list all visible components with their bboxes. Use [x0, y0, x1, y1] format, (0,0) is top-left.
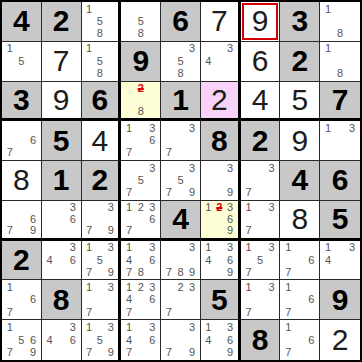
pencil-mark: 3 — [186, 242, 198, 254]
pencil-mark: 7 — [84, 346, 95, 359]
cell-r4c8[interactable]: 9 — [280, 121, 320, 161]
pencil-marks: 34 — [201, 42, 238, 81]
pencil-mark: 9 — [105, 225, 116, 237]
cell-r1c1[interactable]: 4 — [2, 2, 42, 42]
cell-r9c8[interactable]: 167 — [280, 320, 320, 360]
cell-r5c4[interactable]: 357 — [121, 161, 161, 201]
pencil-mark: 3 — [225, 202, 236, 214]
pencil-mark: 1 — [84, 321, 95, 334]
cell-r5c2[interactable]: 1 — [42, 161, 82, 201]
pencil-mark: 7 — [4, 147, 16, 159]
pencil-mark: 3 — [105, 242, 116, 254]
pencil-mark: 3 — [186, 122, 198, 134]
cell-r5c8[interactable]: 4 — [280, 161, 320, 201]
cell-r1c7[interactable]: 9 — [241, 2, 281, 42]
cell-r2c4[interactable]: 9 — [121, 42, 161, 82]
pencil-mark: 7 — [282, 306, 294, 318]
cell-r4c6[interactable]: 8 — [201, 121, 241, 161]
cell-r2c9[interactable]: 18 — [320, 42, 360, 82]
pencil-mark: 6 — [27, 135, 39, 147]
pencil-marks: 167 — [280, 241, 319, 280]
pencil-mark: 7 — [4, 306, 16, 318]
pencil-mark: 5 — [94, 15, 105, 27]
pencil-marks: 36 — [42, 201, 81, 238]
pencil-mark: 3 — [186, 281, 198, 293]
pencil-marks: 28 — [121, 82, 160, 119]
pencil-mark: 7 — [123, 147, 135, 159]
pencil-mark: 4 — [44, 254, 56, 266]
pencil-mark: 8 — [135, 266, 147, 278]
pencil-mark: 3 — [225, 162, 236, 174]
pencil-mark: 3 — [186, 43, 198, 55]
pencil-mark: 4 — [123, 254, 135, 266]
given-digit: 1 — [161, 82, 200, 119]
cell-r8c3[interactable]: 137 — [82, 280, 122, 320]
given-digit: 2 — [42, 2, 81, 41]
pencil-mark: 6 — [147, 254, 159, 266]
pencil-marks: 123467 — [121, 280, 160, 319]
cell-r3c7[interactable]: 4 — [241, 82, 281, 122]
pencil-mark: 8 — [94, 28, 105, 40]
pencil-marks: 137 — [241, 201, 280, 238]
pencil-mark: 1 — [84, 281, 95, 293]
pencil-mark: 1 — [243, 202, 255, 214]
pencil-mark: 6 — [147, 294, 159, 306]
given-digit: 6 — [320, 161, 360, 200]
pencil-mark: 3 — [67, 202, 79, 214]
solved-digit: 5 — [280, 82, 319, 119]
pencil-mark: 7 — [4, 225, 16, 237]
pencil-mark: 6 — [67, 254, 79, 266]
pencil-mark: 7 — [84, 266, 95, 278]
pencil-mark: 3 — [67, 321, 79, 334]
pencil-mark: 7 — [163, 346, 175, 359]
pencil-marks: 18 — [320, 2, 360, 41]
cell-r1c9[interactable]: 18 — [320, 2, 360, 42]
cell-r2c6[interactable]: 34 — [201, 42, 241, 82]
cell-r9c5[interactable]: 379 — [161, 320, 201, 360]
pencil-mark: 9 — [186, 266, 198, 278]
pencil-mark: 1 — [322, 43, 334, 55]
pencil-mark: 5 — [254, 254, 266, 266]
pencil-marks: 39 — [201, 161, 238, 200]
cell-r5c7[interactable]: 37 — [241, 161, 281, 201]
solved-digit: 7 — [42, 42, 81, 81]
pencil-mark: 1 — [84, 3, 95, 15]
pencil-marks: 167 — [280, 320, 319, 360]
solved-digit: 4 — [82, 121, 119, 160]
pencil-mark: 4 — [44, 334, 56, 347]
cell-r9c3[interactable]: 13579 — [82, 320, 122, 360]
pencil-mark: 7 — [163, 187, 175, 199]
pencil-mark: 8 — [334, 28, 346, 40]
pencil-mark: 6 — [306, 334, 318, 347]
pencil-mark: 9 — [105, 266, 116, 278]
cell-r3c2[interactable]: 9 — [42, 82, 82, 122]
cell-r4c2[interactable]: 5 — [42, 121, 82, 161]
given-digit: 8 — [201, 121, 238, 160]
cell-r6c3[interactable]: 379 — [82, 201, 122, 241]
cell-r3c9[interactable]: 7 — [320, 82, 360, 122]
pencil-marks: 13 — [320, 121, 360, 160]
cell-r4c4[interactable]: 1367 — [121, 121, 161, 161]
pencil-marks: 58 — [121, 2, 160, 41]
given-digit: 7 — [320, 82, 360, 119]
solved-digit: 9 — [280, 121, 319, 160]
pencil-mark: 6 — [27, 213, 39, 225]
solved-digit: 2 — [320, 320, 360, 360]
pencil-mark: 5 — [135, 174, 147, 186]
pencil-marks: 18 — [320, 42, 360, 81]
pencil-mark: 5 — [94, 55, 105, 67]
cell-r9c9[interactable]: 2 — [320, 320, 360, 360]
pencil-mark: 5 — [16, 55, 28, 67]
pencil-mark: 4 — [203, 55, 214, 67]
pencil-marks: 3579 — [161, 161, 200, 200]
pencil-mark: 1 — [4, 321, 16, 334]
pencil-mark: 6 — [147, 213, 159, 225]
cell-r3c3[interactable]: 6 — [82, 82, 122, 122]
cell-r6c7[interactable]: 137 — [241, 201, 281, 241]
pencil-marks: 137 — [82, 280, 119, 319]
pencil-mark: 6 — [225, 213, 236, 225]
cell-r9c7[interactable]: 8 — [241, 320, 281, 360]
cell-r4c1[interactable]: 67 — [2, 121, 42, 161]
sudoku-board: 4215858679318157158935834621839628124576… — [0, 0, 362, 362]
pencil-marks: 357 — [121, 161, 160, 200]
cell-r4c3[interactable]: 4 — [82, 121, 122, 161]
solved-digit: 4 — [241, 82, 280, 119]
pencil-marks: 3789 — [161, 241, 200, 280]
given-digit: 4 — [161, 201, 200, 238]
given-digit: 2 — [241, 121, 280, 160]
cell-r6c1[interactable]: 679 — [2, 201, 42, 241]
pencil-mark: 3 — [225, 43, 236, 55]
given-digit: 2 — [82, 161, 119, 200]
cell-r8c6[interactable]: 5 — [201, 280, 241, 320]
pencil-mark: 7 — [243, 306, 255, 318]
pencil-mark: 7 — [282, 346, 294, 359]
pencil-mark: 3 — [105, 202, 116, 214]
pencil-mark: 7 — [123, 187, 135, 199]
pencil-mark: 7 — [4, 346, 16, 359]
pencil-mark: 7 — [163, 266, 175, 278]
solved-digit: 9 — [241, 2, 280, 41]
pencil-mark: 9 — [27, 346, 39, 359]
pencil-mark: 3 — [266, 162, 278, 174]
pencil-marks: 158 — [82, 42, 119, 81]
pencil-marks: 15 — [2, 42, 41, 81]
pencil-mark: 3 — [225, 242, 236, 254]
pencil-mark: 3 — [147, 281, 159, 293]
pencil-mark: 5 — [175, 55, 187, 67]
pencil-mark: 6 — [27, 334, 39, 347]
cell-r2c8[interactable]: 2 — [280, 42, 320, 82]
pencil-mark: 1 — [282, 281, 294, 293]
cell-r7c6[interactable]: 13469 — [201, 241, 241, 281]
pencil-mark: 6 — [147, 135, 159, 147]
pencil-marks: 13579 — [82, 320, 119, 360]
pencil-mark: 6 — [67, 334, 79, 347]
struck-pencil-mark: 2 — [214, 202, 225, 214]
cell-r8c5[interactable]: 237 — [161, 280, 201, 320]
pencil-marks: 37 — [161, 121, 200, 160]
pencil-marks: 379 — [82, 201, 119, 238]
cell-r7c5[interactable]: 3789 — [161, 241, 201, 281]
pencil-mark: 3 — [266, 281, 278, 293]
cell-r1c5[interactable]: 6 — [161, 2, 201, 42]
cell-r5c3[interactable]: 2 — [82, 161, 122, 201]
pencil-mark: 3 — [266, 202, 278, 214]
cell-r1c8[interactable]: 3 — [280, 2, 320, 42]
pencil-marks: 13469 — [201, 241, 238, 280]
pencil-mark: 1 — [282, 242, 294, 254]
given-digit: 2 — [2, 241, 41, 280]
pencil-marks: 12369 — [201, 201, 238, 238]
pencil-mark: 3 — [266, 242, 278, 254]
pencil-mark: 3 — [105, 321, 116, 334]
pencil-mark: 6 — [225, 254, 236, 266]
pencil-marks: 134 — [320, 241, 360, 280]
given-digit: 5 — [201, 280, 238, 319]
cell-r1c3[interactable]: 158 — [82, 2, 122, 42]
pencil-mark: 3 — [186, 321, 198, 334]
given-digit: 5 — [42, 121, 81, 160]
pencil-mark: 1 — [123, 321, 135, 334]
pencil-mark: 9 — [225, 266, 236, 278]
pencil-mark: 6 — [306, 254, 318, 266]
cell-r2c2[interactable]: 7 — [42, 42, 82, 82]
cell-r5c1[interactable]: 8 — [2, 161, 42, 201]
pencil-mark: 8 — [175, 266, 187, 278]
pencil-marks: 137 — [241, 280, 280, 319]
pencil-marks: 358 — [161, 42, 200, 81]
pencil-mark: 7 — [163, 147, 175, 159]
pencil-mark: 1 — [4, 281, 16, 293]
pencil-mark: 9 — [225, 187, 236, 199]
cell-r7c1[interactable]: 2 — [2, 241, 42, 281]
solved-digit: 8 — [280, 201, 319, 238]
pencil-mark: 9 — [186, 346, 198, 359]
pencil-marks: 167 — [280, 280, 319, 319]
cell-r5c9[interactable]: 6 — [320, 161, 360, 201]
given-digit: 4 — [280, 161, 319, 200]
pencil-mark: 1 — [322, 3, 334, 15]
pencil-mark: 3 — [147, 242, 159, 254]
cell-r6c8[interactable]: 8 — [280, 201, 320, 241]
pencil-mark: 1 — [123, 122, 135, 134]
pencil-mark: 8 — [94, 67, 105, 79]
pencil-mark: 9 — [225, 346, 236, 359]
pencil-mark: 1 — [322, 122, 334, 134]
cell-r9c4[interactable]: 13467 — [121, 320, 161, 360]
pencil-mark: 8 — [334, 67, 346, 79]
given-digit: 5 — [320, 201, 360, 238]
cell-r4c7[interactable]: 2 — [241, 121, 281, 161]
cell-r6c9[interactable]: 5 — [320, 201, 360, 241]
pencil-mark: 3 — [67, 242, 79, 254]
pencil-mark: 3 — [105, 281, 116, 293]
solved-digit: 6 — [241, 42, 280, 81]
given-digit: 9 — [121, 42, 160, 81]
cell-r7c8[interactable]: 167 — [280, 241, 320, 281]
cell-r8c8[interactable]: 167 — [280, 280, 320, 320]
cell-r2c5[interactable]: 358 — [161, 42, 201, 82]
given-digit: 8 — [241, 320, 280, 360]
pencil-mark: 5 — [175, 174, 187, 186]
cell-r6c4[interactable]: 12367 — [121, 201, 161, 241]
pencil-marks: 13469 — [201, 320, 238, 360]
cell-r1c2[interactable]: 2 — [42, 2, 82, 42]
pencil-mark: 2 — [135, 281, 147, 293]
cell-r2c3[interactable]: 158 — [82, 42, 122, 82]
cell-r8c4[interactable]: 123467 — [121, 280, 161, 320]
cell-r1c6[interactable]: 7 — [201, 2, 241, 42]
pencil-mark: 1 — [4, 43, 16, 55]
cell-r3c1[interactable]: 3 — [2, 82, 42, 122]
pencil-mark: 3 — [225, 321, 236, 334]
pencil-marks: 1367 — [121, 121, 160, 160]
pencil-marks: 13467 — [121, 320, 160, 360]
pencil-mark: 6 — [67, 213, 79, 225]
pencil-mark: 1 — [282, 321, 294, 334]
pencil-mark: 7 — [123, 225, 135, 237]
pencil-mark: 9 — [27, 225, 39, 237]
cell-r3c6[interactable]: 2 — [201, 82, 241, 122]
pencil-mark: 8 — [175, 67, 187, 79]
pencil-mark: 1 — [243, 242, 255, 254]
pencil-mark: 1 — [84, 43, 95, 55]
pencil-mark: 9 — [105, 346, 116, 359]
pencil-marks: 12367 — [121, 201, 160, 238]
pencil-marks: 67 — [2, 121, 41, 160]
pencil-mark: 7 — [123, 266, 135, 278]
cell-r3c4[interactable]: 28 — [121, 82, 161, 122]
cell-r3c5[interactable]: 1 — [161, 82, 201, 122]
pencil-mark: 8 — [135, 106, 147, 118]
pencil-mark: 4 — [123, 334, 135, 347]
pencil-mark: 7 — [123, 306, 135, 318]
solved-digit: 8 — [2, 161, 41, 200]
struck-pencil-mark: 2 — [135, 83, 147, 95]
cell-r4c5[interactable]: 37 — [161, 121, 201, 161]
pencil-marks: 679 — [2, 201, 41, 238]
cell-r2c7[interactable]: 6 — [241, 42, 281, 82]
pencil-mark: 7 — [84, 225, 95, 237]
pencil-mark: 1 — [243, 281, 255, 293]
pencil-mark: 7 — [243, 187, 255, 199]
cell-r6c2[interactable]: 36 — [42, 201, 82, 241]
cell-r9c2[interactable]: 346 — [42, 320, 82, 360]
pencil-mark: 4 — [203, 334, 214, 347]
pencil-marks: 37 — [241, 161, 280, 200]
cell-r8c9[interactable]: 9 — [320, 280, 360, 320]
pencil-mark: 7 — [243, 266, 255, 278]
given-digit: 3 — [2, 82, 41, 119]
pencil-marks: 134678 — [121, 241, 160, 280]
pencil-marks: 15679 — [2, 320, 41, 360]
pencil-marks: 237 — [161, 280, 200, 319]
cell-r7c4[interactable]: 134678 — [121, 241, 161, 281]
pencil-mark: 3 — [186, 162, 198, 174]
pencil-marks: 13579 — [82, 241, 119, 280]
pencil-mark: 7 — [243, 225, 255, 237]
pencil-marks: 1357 — [241, 241, 280, 280]
pencil-mark: 6 — [225, 334, 236, 347]
pencil-mark: 2 — [135, 202, 147, 214]
pencil-marks: 346 — [42, 241, 81, 280]
pencil-mark: 5 — [94, 334, 105, 347]
pencil-mark: 1 — [123, 281, 135, 293]
pencil-mark: 9 — [225, 225, 236, 237]
cell-r8c7[interactable]: 137 — [241, 280, 281, 320]
pencil-mark: 9 — [186, 187, 198, 199]
cell-r8c2[interactable]: 8 — [42, 280, 82, 320]
pencil-mark: 1 — [84, 242, 95, 254]
pencil-mark: 1 — [123, 202, 135, 214]
pencil-mark: 6 — [147, 334, 159, 347]
cell-r5c6[interactable]: 39 — [201, 161, 241, 201]
pencil-mark: 3 — [346, 242, 358, 254]
cell-r2c1[interactable]: 15 — [2, 42, 42, 82]
given-digit: 9 — [320, 280, 360, 319]
cell-r5c5[interactable]: 3579 — [161, 161, 201, 201]
pencil-mark: 7 — [84, 306, 95, 318]
pencil-mark: 7 — [163, 306, 175, 318]
pencil-mark: 6 — [306, 294, 318, 306]
pencil-mark: 3 — [346, 122, 358, 134]
pencil-marks: 346 — [42, 320, 81, 360]
cell-r4c9[interactable]: 13 — [320, 121, 360, 161]
given-digit: 8 — [42, 280, 81, 319]
cell-r7c3[interactable]: 13579 — [82, 241, 122, 281]
pencil-mark: 3 — [147, 202, 159, 214]
pencil-mark: 4 — [203, 254, 214, 266]
cell-r8c1[interactable]: 167 — [2, 280, 42, 320]
pencil-mark: 1 — [203, 202, 214, 214]
pencil-mark: 3 — [147, 122, 159, 134]
pencil-mark: 4 — [123, 294, 135, 306]
pencil-mark: 1 — [123, 242, 135, 254]
cell-r9c6[interactable]: 13469 — [201, 320, 241, 360]
cell-r3c8[interactable]: 5 — [280, 82, 320, 122]
cell-r1c4[interactable]: 58 — [121, 2, 161, 42]
pencil-mark: 5 — [135, 15, 147, 27]
pencil-mark: 3 — [147, 162, 159, 174]
given-digit: 6 — [161, 2, 200, 41]
given-digit: 6 — [82, 82, 119, 119]
pencil-marks: 167 — [2, 280, 41, 319]
pencil-mark: 1 — [203, 242, 214, 254]
pencil-mark: 7 — [123, 346, 135, 359]
solved-digit: 2 — [201, 82, 238, 119]
cell-r9c1[interactable]: 15679 — [2, 320, 42, 360]
pencil-mark: 1 — [322, 242, 334, 254]
cell-r6c5[interactable]: 4 — [161, 201, 201, 241]
pencil-marks: 158 — [82, 2, 119, 41]
pencil-mark: 5 — [94, 254, 105, 266]
cell-r7c2[interactable]: 346 — [42, 241, 82, 281]
pencil-mark: 7 — [282, 266, 294, 278]
solved-digit: 7 — [201, 2, 238, 41]
cell-r7c9[interactable]: 134 — [320, 241, 360, 281]
pencil-mark: 8 — [135, 28, 147, 40]
pencil-mark: 4 — [322, 254, 334, 266]
given-digit: 2 — [280, 42, 319, 81]
cell-r6c6[interactable]: 12369 — [201, 201, 241, 241]
solved-digit: 9 — [42, 82, 81, 119]
cell-r7c7[interactable]: 1357 — [241, 241, 281, 281]
